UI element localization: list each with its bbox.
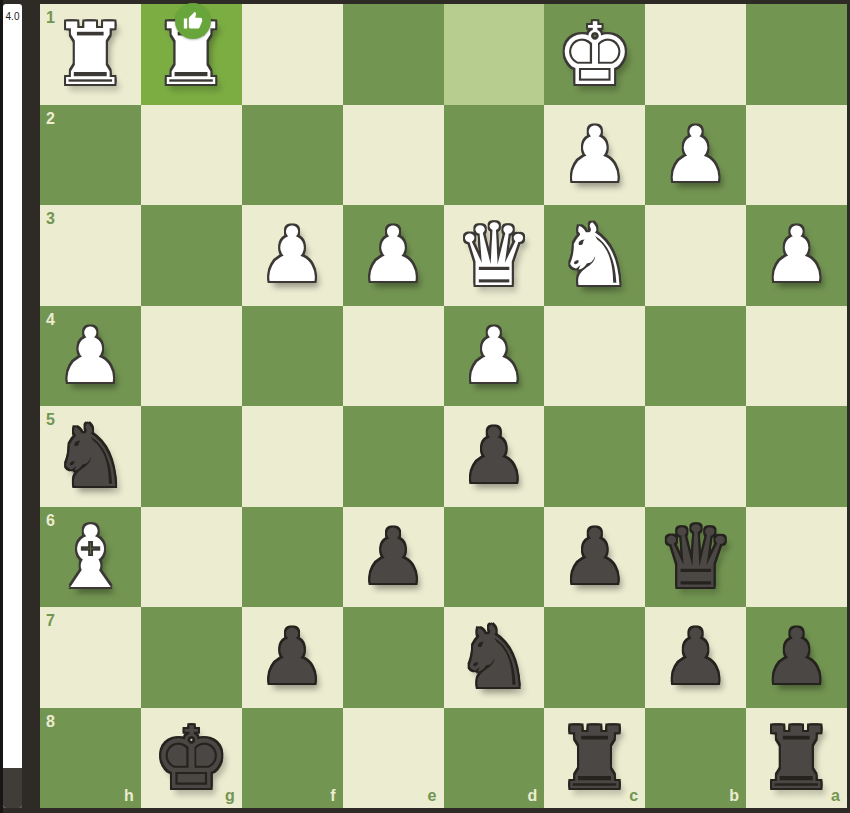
square-g6[interactable]	[141, 507, 242, 608]
square-e2[interactable]	[343, 105, 444, 206]
square-e7[interactable]	[343, 607, 444, 708]
square-g3[interactable]	[141, 205, 242, 306]
piece-black-pawn[interactable]: ♟	[343, 507, 444, 608]
square-d1[interactable]	[444, 4, 545, 105]
piece-white-pawn[interactable]: ♟	[645, 105, 746, 206]
evaluation-value: 4.0	[3, 11, 22, 22]
piece-white-pawn[interactable]: ♟	[746, 205, 847, 306]
piece-black-rook[interactable]: ♜	[746, 708, 847, 809]
square-a3[interactable]: ♟	[746, 205, 847, 306]
file-label-d: d	[528, 788, 538, 804]
square-d8[interactable]: d	[444, 708, 545, 809]
piece-white-pawn[interactable]: ♟	[544, 105, 645, 206]
piece-white-pawn[interactable]: ♟	[242, 205, 343, 306]
square-f5[interactable]	[242, 406, 343, 507]
square-f3[interactable]: ♟	[242, 205, 343, 306]
piece-white-rook[interactable]: ♜	[40, 4, 141, 105]
square-h1[interactable]: 1♜	[40, 4, 141, 105]
square-f1[interactable]	[242, 4, 343, 105]
square-e5[interactable]	[343, 406, 444, 507]
thumbs-up-icon	[183, 11, 203, 31]
piece-white-king[interactable]: ♚	[544, 4, 645, 105]
square-g5[interactable]	[141, 406, 242, 507]
square-c8[interactable]: c♜	[544, 708, 645, 809]
file-label-h: h	[124, 788, 134, 804]
square-c2[interactable]: ♟	[544, 105, 645, 206]
rank-label-3: 3	[46, 211, 55, 227]
square-e4[interactable]	[343, 306, 444, 407]
square-d3[interactable]: ♛	[444, 205, 545, 306]
square-e6[interactable]: ♟	[343, 507, 444, 608]
square-f2[interactable]	[242, 105, 343, 206]
piece-black-pawn[interactable]: ♟	[444, 406, 545, 507]
square-b4[interactable]	[645, 306, 746, 407]
square-d6[interactable]	[444, 507, 545, 608]
square-a4[interactable]	[746, 306, 847, 407]
square-h4[interactable]: 4♟	[40, 306, 141, 407]
rank-label-8: 8	[46, 714, 55, 730]
square-f6[interactable]	[242, 507, 343, 608]
square-h6[interactable]: 6♝	[40, 507, 141, 608]
square-c3[interactable]: ♞	[544, 205, 645, 306]
square-d2[interactable]	[444, 105, 545, 206]
square-a2[interactable]	[746, 105, 847, 206]
piece-black-king[interactable]: ♚	[141, 708, 242, 809]
square-c6[interactable]: ♟	[544, 507, 645, 608]
piece-black-knight[interactable]: ♞	[40, 406, 141, 507]
square-h2[interactable]: 2	[40, 105, 141, 206]
piece-black-knight[interactable]: ♞	[444, 607, 545, 708]
square-e8[interactable]: e	[343, 708, 444, 809]
square-g2[interactable]	[141, 105, 242, 206]
piece-white-knight[interactable]: ♞	[544, 205, 645, 306]
square-d4[interactable]: ♟	[444, 306, 545, 407]
piece-white-pawn[interactable]: ♟	[343, 205, 444, 306]
square-a7[interactable]: ♟	[746, 607, 847, 708]
square-c4[interactable]	[544, 306, 645, 407]
square-d5[interactable]: ♟	[444, 406, 545, 507]
square-g8[interactable]: g♚	[141, 708, 242, 809]
square-f7[interactable]: ♟	[242, 607, 343, 708]
piece-black-queen[interactable]: ♛	[645, 507, 746, 608]
evaluation-bar: 4.0	[3, 4, 22, 808]
square-c5[interactable]	[544, 406, 645, 507]
excellent-move-badge	[175, 3, 211, 39]
square-b7[interactable]: ♟	[645, 607, 746, 708]
evaluation-bar-black-portion	[3, 768, 22, 808]
square-h3[interactable]: 3	[40, 205, 141, 306]
file-label-f: f	[330, 788, 335, 804]
piece-white-queen[interactable]: ♛	[444, 205, 545, 306]
square-b6[interactable]: ♛	[645, 507, 746, 608]
square-d7[interactable]: ♞	[444, 607, 545, 708]
square-g4[interactable]	[141, 306, 242, 407]
square-b3[interactable]	[645, 205, 746, 306]
square-c7[interactable]	[544, 607, 645, 708]
piece-black-rook[interactable]: ♜	[544, 708, 645, 809]
square-h7[interactable]: 7	[40, 607, 141, 708]
piece-black-pawn[interactable]: ♟	[242, 607, 343, 708]
rank-label-2: 2	[46, 111, 55, 127]
square-f8[interactable]: f	[242, 708, 343, 809]
piece-white-bishop[interactable]: ♝	[40, 507, 141, 608]
piece-black-pawn[interactable]: ♟	[544, 507, 645, 608]
square-a1[interactable]	[746, 4, 847, 105]
piece-black-pawn[interactable]: ♟	[645, 607, 746, 708]
rank-label-7: 7	[46, 613, 55, 629]
square-a5[interactable]	[746, 406, 847, 507]
piece-white-pawn[interactable]: ♟	[40, 306, 141, 407]
file-label-e: e	[428, 788, 437, 804]
square-b5[interactable]	[645, 406, 746, 507]
chess-board: 1♜♜♚2♟♟3♟♟♛♞♟4♟♟5♞♟6♝♟♟♛7♟♞♟♟8hg♚fedc♜ba…	[40, 4, 847, 808]
square-h8[interactable]: 8h	[40, 708, 141, 809]
square-c1[interactable]: ♚	[544, 4, 645, 105]
square-b1[interactable]	[645, 4, 746, 105]
piece-black-pawn[interactable]: ♟	[746, 607, 847, 708]
square-b2[interactable]: ♟	[645, 105, 746, 206]
file-label-b: b	[729, 788, 739, 804]
square-h5[interactable]: 5♞	[40, 406, 141, 507]
square-g7[interactable]	[141, 607, 242, 708]
square-e1[interactable]	[343, 4, 444, 105]
square-e3[interactable]: ♟	[343, 205, 444, 306]
square-a8[interactable]: a♜	[746, 708, 847, 809]
piece-white-pawn[interactable]: ♟	[444, 306, 545, 407]
square-a6[interactable]	[746, 507, 847, 608]
square-b8[interactable]: b	[645, 708, 746, 809]
square-f4[interactable]	[242, 306, 343, 407]
